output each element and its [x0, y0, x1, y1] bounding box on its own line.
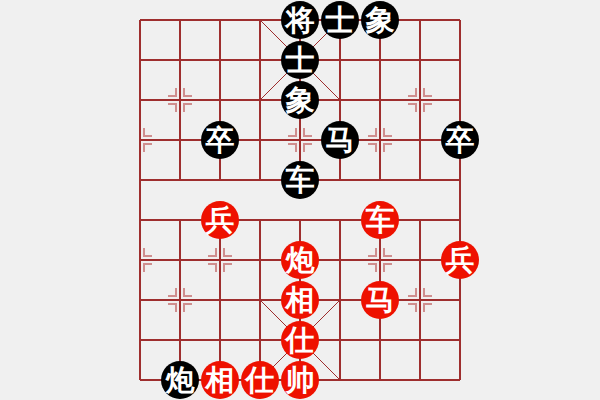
- piece-black-general[interactable]: 将: [281, 1, 319, 39]
- piece-red-horse[interactable]: 马: [361, 281, 399, 319]
- piece-black-elephant[interactable]: 象: [361, 1, 399, 39]
- piece-red-advisor[interactable]: 仕: [241, 361, 279, 399]
- piece-red-cannon[interactable]: 炮: [281, 241, 319, 279]
- piece-black-advisor[interactable]: 士: [281, 41, 319, 79]
- piece-black-elephant[interactable]: 象: [281, 81, 319, 119]
- piece-red-advisor[interactable]: 仕: [281, 321, 319, 359]
- piece-red-general[interactable]: 帅: [281, 361, 319, 399]
- piece-black-advisor[interactable]: 士: [321, 1, 359, 39]
- piece-red-elephant[interactable]: 相: [281, 281, 319, 319]
- piece-red-elephant[interactable]: 相: [201, 361, 239, 399]
- piece-red-chariot[interactable]: 车: [361, 201, 399, 239]
- piece-black-pawn[interactable]: 卒: [441, 121, 479, 159]
- piece-black-cannon[interactable]: 炮: [161, 361, 199, 399]
- piece-black-chariot[interactable]: 车: [281, 161, 319, 199]
- xiangqi-board[interactable]: 将士象士象卒马卒车兵车炮兵相马仕炮相仕帅: [120, 0, 480, 400]
- piece-black-horse[interactable]: 马: [321, 121, 359, 159]
- piece-red-pawn[interactable]: 兵: [441, 241, 479, 279]
- app-background: 将士象士象卒马卒车兵车炮兵相马仕炮相仕帅: [0, 0, 600, 400]
- piece-red-pawn[interactable]: 兵: [201, 201, 239, 239]
- piece-black-pawn[interactable]: 卒: [201, 121, 239, 159]
